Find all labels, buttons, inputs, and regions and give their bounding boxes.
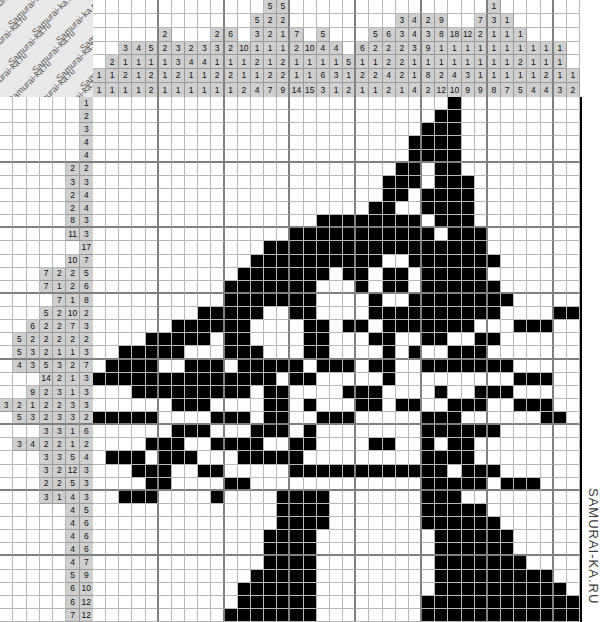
grid-cell[interactable] <box>159 491 172 504</box>
grid-cell[interactable] <box>146 110 159 123</box>
grid-cell[interactable] <box>554 596 567 609</box>
grid-cell[interactable] <box>146 373 159 386</box>
grid-cell[interactable] <box>567 346 580 359</box>
grid-cell[interactable] <box>448 438 461 451</box>
grid-cell[interactable] <box>527 451 540 464</box>
grid-cell[interactable] <box>435 583 448 596</box>
grid-cell[interactable] <box>435 255 448 268</box>
grid-cell[interactable] <box>211 136 224 149</box>
grid-cell[interactable] <box>514 412 527 425</box>
grid-cell[interactable] <box>330 451 343 464</box>
grid-cell[interactable] <box>369 307 382 320</box>
grid-cell[interactable] <box>330 504 343 517</box>
grid-cell[interactable] <box>317 294 330 307</box>
grid-cell[interactable] <box>172 150 185 163</box>
grid-cell[interactable] <box>251 268 264 281</box>
grid-cell[interactable] <box>462 373 475 386</box>
grid-cell[interactable] <box>277 399 290 412</box>
grid-cell[interactable] <box>383 228 396 241</box>
grid-cell[interactable] <box>356 570 369 583</box>
grid-cell[interactable] <box>317 150 330 163</box>
grid-cell[interactable] <box>462 478 475 491</box>
grid-cell[interactable] <box>567 189 580 202</box>
grid-cell[interactable] <box>185 399 198 412</box>
grid-cell[interactable] <box>330 478 343 491</box>
grid-cell[interactable] <box>132 228 145 241</box>
grid-cell[interactable] <box>159 451 172 464</box>
grid-cell[interactable] <box>475 556 488 569</box>
grid-cell[interactable] <box>198 97 211 110</box>
grid-cell[interactable] <box>159 294 172 307</box>
grid-cell[interactable] <box>369 333 382 346</box>
grid-cell[interactable] <box>396 425 409 438</box>
grid-cell[interactable] <box>93 202 106 215</box>
grid-cell[interactable] <box>527 241 540 254</box>
grid-cell[interactable] <box>119 386 132 399</box>
grid-cell[interactable] <box>527 281 540 294</box>
grid-cell[interactable] <box>396 556 409 569</box>
grid-cell[interactable] <box>527 150 540 163</box>
grid-cell[interactable] <box>514 97 527 110</box>
grid-cell[interactable] <box>317 491 330 504</box>
grid-cell[interactable] <box>277 412 290 425</box>
grid-cell[interactable] <box>132 97 145 110</box>
grid-cell[interactable] <box>106 97 119 110</box>
grid-cell[interactable] <box>330 583 343 596</box>
grid-cell[interactable] <box>119 110 132 123</box>
grid-cell[interactable] <box>304 97 317 110</box>
grid-cell[interactable] <box>462 150 475 163</box>
grid-cell[interactable] <box>172 228 185 241</box>
grid-cell[interactable] <box>185 412 198 425</box>
grid-cell[interactable] <box>448 241 461 254</box>
grid-cell[interactable] <box>198 136 211 149</box>
grid-cell[interactable] <box>106 333 119 346</box>
grid-cell[interactable] <box>383 150 396 163</box>
grid-cell[interactable] <box>317 255 330 268</box>
grid-cell[interactable] <box>567 360 580 373</box>
grid-cell[interactable] <box>527 373 540 386</box>
grid-cell[interactable] <box>422 373 435 386</box>
grid-cell[interactable] <box>185 176 198 189</box>
grid-cell[interactable] <box>290 609 303 622</box>
grid-cell[interactable] <box>264 294 277 307</box>
grid-cell[interactable] <box>172 294 185 307</box>
grid-cell[interactable] <box>317 451 330 464</box>
grid-cell[interactable] <box>185 543 198 556</box>
grid-cell[interactable] <box>225 346 238 359</box>
grid-cell[interactable] <box>462 399 475 412</box>
grid-cell[interactable] <box>251 163 264 176</box>
grid-cell[interactable] <box>106 596 119 609</box>
grid-cell[interactable] <box>475 386 488 399</box>
grid-cell[interactable] <box>462 556 475 569</box>
grid-cell[interactable] <box>422 281 435 294</box>
grid-cell[interactable] <box>290 478 303 491</box>
grid-cell[interactable] <box>146 346 159 359</box>
grid-cell[interactable] <box>527 163 540 176</box>
grid-cell[interactable] <box>409 517 422 530</box>
grid-cell[interactable] <box>541 530 554 543</box>
grid-cell[interactable] <box>277 176 290 189</box>
grid-cell[interactable] <box>304 215 317 228</box>
grid-cell[interactable] <box>238 136 251 149</box>
grid-cell[interactable] <box>343 150 356 163</box>
grid-cell[interactable] <box>435 556 448 569</box>
grid-cell[interactable] <box>435 478 448 491</box>
grid-cell[interactable] <box>475 412 488 425</box>
grid-cell[interactable] <box>132 465 145 478</box>
grid-cell[interactable] <box>304 360 317 373</box>
grid-cell[interactable] <box>422 202 435 215</box>
grid-cell[interactable] <box>251 386 264 399</box>
grid-cell[interactable] <box>356 97 369 110</box>
grid-cell[interactable] <box>211 451 224 464</box>
grid-cell[interactable] <box>159 543 172 556</box>
grid-cell[interactable] <box>422 150 435 163</box>
grid-cell[interactable] <box>462 294 475 307</box>
grid-cell[interactable] <box>290 241 303 254</box>
grid-cell[interactable] <box>93 478 106 491</box>
grid-cell[interactable] <box>462 504 475 517</box>
grid-cell[interactable] <box>541 491 554 504</box>
grid-cell[interactable] <box>567 307 580 320</box>
grid-cell[interactable] <box>475 596 488 609</box>
grid-cell[interactable] <box>330 202 343 215</box>
grid-cell[interactable] <box>527 136 540 149</box>
grid-cell[interactable] <box>225 333 238 346</box>
grid-cell[interactable] <box>356 346 369 359</box>
grid-cell[interactable] <box>277 150 290 163</box>
grid-cell[interactable] <box>264 425 277 438</box>
grid-cell[interactable] <box>159 110 172 123</box>
grid-cell[interactable] <box>383 504 396 517</box>
grid-cell[interactable] <box>185 386 198 399</box>
grid-cell[interactable] <box>238 255 251 268</box>
grid-cell[interactable] <box>172 570 185 583</box>
grid-cell[interactable] <box>343 596 356 609</box>
grid-cell[interactable] <box>277 97 290 110</box>
grid-cell[interactable] <box>119 570 132 583</box>
grid-cell[interactable] <box>435 425 448 438</box>
grid-cell[interactable] <box>159 386 172 399</box>
grid-cell[interactable] <box>369 163 382 176</box>
grid-cell[interactable] <box>251 110 264 123</box>
grid-cell[interactable] <box>159 517 172 530</box>
grid-cell[interactable] <box>198 215 211 228</box>
grid-cell[interactable] <box>422 451 435 464</box>
grid-cell[interactable] <box>330 307 343 320</box>
grid-cell[interactable] <box>119 596 132 609</box>
grid-cell[interactable] <box>277 504 290 517</box>
grid-cell[interactable] <box>185 465 198 478</box>
grid-cell[interactable] <box>159 150 172 163</box>
grid-cell[interactable] <box>159 333 172 346</box>
grid-cell[interactable] <box>369 215 382 228</box>
grid-cell[interactable] <box>317 136 330 149</box>
grid-cell[interactable] <box>238 412 251 425</box>
grid-cell[interactable] <box>554 556 567 569</box>
grid-cell[interactable] <box>119 346 132 359</box>
grid-cell[interactable] <box>119 97 132 110</box>
grid-cell[interactable] <box>514 123 527 136</box>
grid-cell[interactable] <box>146 451 159 464</box>
grid-cell[interactable] <box>277 241 290 254</box>
grid-cell[interactable] <box>343 281 356 294</box>
grid-cell[interactable] <box>119 320 132 333</box>
grid-cell[interactable] <box>132 425 145 438</box>
grid-cell[interactable] <box>132 215 145 228</box>
grid-cell[interactable] <box>383 412 396 425</box>
grid-cell[interactable] <box>225 530 238 543</box>
grid-cell[interactable] <box>290 176 303 189</box>
grid-cell[interactable] <box>251 202 264 215</box>
grid-cell[interactable] <box>369 281 382 294</box>
grid-cell[interactable] <box>172 176 185 189</box>
grid-cell[interactable] <box>251 189 264 202</box>
grid-cell[interactable] <box>211 346 224 359</box>
grid-cell[interactable] <box>343 97 356 110</box>
grid-cell[interactable] <box>185 425 198 438</box>
grid-cell[interactable] <box>159 163 172 176</box>
grid-cell[interactable] <box>448 163 461 176</box>
grid-cell[interactable] <box>211 110 224 123</box>
grid-cell[interactable] <box>554 281 567 294</box>
grid-cell[interactable] <box>251 465 264 478</box>
grid-cell[interactable] <box>554 255 567 268</box>
grid-cell[interactable] <box>172 465 185 478</box>
grid-cell[interactable] <box>448 202 461 215</box>
grid-cell[interactable] <box>198 241 211 254</box>
grid-cell[interactable] <box>132 307 145 320</box>
grid-cell[interactable] <box>409 399 422 412</box>
grid-cell[interactable] <box>93 189 106 202</box>
grid-cell[interactable] <box>317 609 330 622</box>
grid-cell[interactable] <box>146 241 159 254</box>
grid-cell[interactable] <box>119 163 132 176</box>
grid-cell[interactable] <box>264 136 277 149</box>
grid-cell[interactable] <box>475 215 488 228</box>
grid-cell[interactable] <box>409 228 422 241</box>
grid-cell[interactable] <box>343 176 356 189</box>
grid-cell[interactable] <box>290 360 303 373</box>
grid-cell[interactable] <box>501 570 514 583</box>
grid-cell[interactable] <box>290 570 303 583</box>
grid-cell[interactable] <box>277 596 290 609</box>
grid-cell[interactable] <box>317 228 330 241</box>
grid-cell[interactable] <box>304 596 317 609</box>
grid-cell[interactable] <box>488 202 501 215</box>
grid-cell[interactable] <box>541 583 554 596</box>
grid-cell[interactable] <box>409 451 422 464</box>
grid-cell[interactable] <box>106 412 119 425</box>
grid-cell[interactable] <box>211 596 224 609</box>
grid-cell[interactable] <box>356 373 369 386</box>
grid-cell[interactable] <box>119 228 132 241</box>
grid-cell[interactable] <box>146 609 159 622</box>
grid-cell[interactable] <box>106 320 119 333</box>
grid-cell[interactable] <box>172 281 185 294</box>
grid-cell[interactable] <box>343 465 356 478</box>
grid-cell[interactable] <box>119 465 132 478</box>
grid-cell[interactable] <box>238 202 251 215</box>
grid-cell[interactable] <box>356 412 369 425</box>
grid-cell[interactable] <box>422 412 435 425</box>
grid-cell[interactable] <box>106 517 119 530</box>
grid-cell[interactable] <box>251 346 264 359</box>
grid-cell[interactable] <box>369 255 382 268</box>
grid-cell[interactable] <box>396 412 409 425</box>
grid-cell[interactable] <box>396 609 409 622</box>
grid-cell[interactable] <box>541 202 554 215</box>
grid-cell[interactable] <box>317 176 330 189</box>
grid-cell[interactable] <box>238 97 251 110</box>
grid-cell[interactable] <box>317 373 330 386</box>
grid-cell[interactable] <box>435 215 448 228</box>
grid-cell[interactable] <box>369 123 382 136</box>
grid-cell[interactable] <box>383 346 396 359</box>
grid-cell[interactable] <box>93 609 106 622</box>
grid-cell[interactable] <box>198 294 211 307</box>
grid-cell[interactable] <box>448 346 461 359</box>
grid-cell[interactable] <box>356 465 369 478</box>
grid-cell[interactable] <box>146 123 159 136</box>
grid-cell[interactable] <box>448 294 461 307</box>
grid-cell[interactable] <box>448 110 461 123</box>
grid-cell[interactable] <box>356 320 369 333</box>
grid-cell[interactable] <box>343 583 356 596</box>
grid-cell[interactable] <box>541 504 554 517</box>
grid-cell[interactable] <box>93 399 106 412</box>
grid-cell[interactable] <box>198 307 211 320</box>
grid-cell[interactable] <box>422 491 435 504</box>
grid-cell[interactable] <box>93 307 106 320</box>
grid-cell[interactable] <box>119 281 132 294</box>
grid-cell[interactable] <box>448 465 461 478</box>
grid-cell[interactable] <box>119 556 132 569</box>
grid-cell[interactable] <box>106 556 119 569</box>
grid-cell[interactable] <box>225 504 238 517</box>
grid-cell[interactable] <box>409 530 422 543</box>
grid-cell[interactable] <box>185 202 198 215</box>
grid-cell[interactable] <box>317 504 330 517</box>
grid-cell[interactable] <box>132 583 145 596</box>
grid-cell[interactable] <box>554 360 567 373</box>
grid-cell[interactable] <box>541 176 554 189</box>
grid-cell[interactable] <box>501 228 514 241</box>
grid-cell[interactable] <box>383 176 396 189</box>
grid-cell[interactable] <box>225 136 238 149</box>
grid-cell[interactable] <box>106 583 119 596</box>
grid-cell[interactable] <box>356 333 369 346</box>
grid-cell[interactable] <box>264 241 277 254</box>
grid-cell[interactable] <box>343 570 356 583</box>
grid-cell[interactable] <box>317 123 330 136</box>
grid-cell[interactable] <box>396 97 409 110</box>
grid-cell[interactable] <box>225 215 238 228</box>
grid-cell[interactable] <box>238 465 251 478</box>
grid-cell[interactable] <box>409 255 422 268</box>
grid-cell[interactable] <box>277 478 290 491</box>
grid-cell[interactable] <box>488 307 501 320</box>
grid-cell[interactable] <box>225 386 238 399</box>
grid-cell[interactable] <box>369 268 382 281</box>
grid-cell[interactable] <box>106 150 119 163</box>
grid-cell[interactable] <box>264 346 277 359</box>
grid-cell[interactable] <box>567 504 580 517</box>
grid-cell[interactable] <box>264 491 277 504</box>
grid-cell[interactable] <box>251 609 264 622</box>
grid-cell[interactable] <box>277 570 290 583</box>
grid-cell[interactable] <box>264 543 277 556</box>
grid-cell[interactable] <box>119 255 132 268</box>
grid-cell[interactable] <box>290 110 303 123</box>
grid-cell[interactable] <box>409 294 422 307</box>
grid-cell[interactable] <box>541 360 554 373</box>
grid-cell[interactable] <box>277 425 290 438</box>
grid-cell[interactable] <box>527 346 540 359</box>
grid-cell[interactable] <box>198 176 211 189</box>
grid-cell[interactable] <box>304 163 317 176</box>
grid-cell[interactable] <box>251 399 264 412</box>
grid-cell[interactable] <box>356 504 369 517</box>
grid-cell[interactable] <box>317 346 330 359</box>
grid-cell[interactable] <box>409 425 422 438</box>
grid-cell[interactable] <box>330 123 343 136</box>
grid-cell[interactable] <box>541 163 554 176</box>
grid-cell[interactable] <box>462 451 475 464</box>
grid-cell[interactable] <box>396 465 409 478</box>
grid-cell[interactable] <box>132 399 145 412</box>
grid-cell[interactable] <box>106 268 119 281</box>
grid-cell[interactable] <box>238 346 251 359</box>
grid-cell[interactable] <box>514 228 527 241</box>
grid-cell[interactable] <box>488 412 501 425</box>
grid-cell[interactable] <box>159 346 172 359</box>
grid-cell[interactable] <box>541 307 554 320</box>
grid-cell[interactable] <box>225 517 238 530</box>
grid-cell[interactable] <box>396 478 409 491</box>
grid-cell[interactable] <box>119 504 132 517</box>
grid-cell[interactable] <box>396 228 409 241</box>
grid-cell[interactable] <box>211 320 224 333</box>
grid-cell[interactable] <box>488 241 501 254</box>
grid-cell[interactable] <box>462 189 475 202</box>
grid-cell[interactable] <box>172 215 185 228</box>
grid-cell[interactable] <box>422 399 435 412</box>
grid-cell[interactable] <box>211 570 224 583</box>
grid-cell[interactable] <box>93 504 106 517</box>
grid-cell[interactable] <box>251 478 264 491</box>
grid-cell[interactable] <box>527 543 540 556</box>
grid-cell[interactable] <box>488 570 501 583</box>
grid-cell[interactable] <box>422 504 435 517</box>
grid-cell[interactable] <box>343 163 356 176</box>
grid-cell[interactable] <box>554 346 567 359</box>
grid-cell[interactable] <box>159 268 172 281</box>
grid-cell[interactable] <box>462 543 475 556</box>
grid-cell[interactable] <box>396 386 409 399</box>
grid-cell[interactable] <box>554 504 567 517</box>
grid-cell[interactable] <box>541 346 554 359</box>
grid-cell[interactable] <box>317 596 330 609</box>
grid-cell[interactable] <box>435 176 448 189</box>
grid-cell[interactable] <box>475 570 488 583</box>
grid-cell[interactable] <box>198 451 211 464</box>
grid-cell[interactable] <box>527 294 540 307</box>
grid-cell[interactable] <box>304 412 317 425</box>
grid-cell[interactable] <box>448 97 461 110</box>
